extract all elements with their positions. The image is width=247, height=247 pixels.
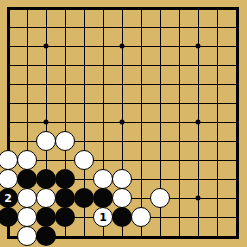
board-point[interactable] xyxy=(113,151,132,170)
board-point[interactable] xyxy=(208,113,227,132)
board-point[interactable] xyxy=(94,151,113,170)
black-stone xyxy=(0,207,18,227)
black-stone xyxy=(74,188,94,208)
board-point[interactable] xyxy=(56,0,75,18)
board-point[interactable] xyxy=(0,0,18,18)
board-point[interactable] xyxy=(94,94,113,113)
board-point[interactable] xyxy=(37,94,56,113)
board-point[interactable] xyxy=(208,56,227,75)
board-point[interactable] xyxy=(208,75,227,94)
board-point[interactable] xyxy=(75,132,94,151)
board-point[interactable] xyxy=(113,227,132,246)
board-point[interactable] xyxy=(113,189,132,208)
board-point[interactable] xyxy=(151,132,170,151)
board-point[interactable] xyxy=(132,94,151,113)
board-point[interactable] xyxy=(189,151,208,170)
board-point[interactable] xyxy=(208,132,227,151)
board-point[interactable] xyxy=(37,75,56,94)
board-point[interactable] xyxy=(189,189,208,208)
board-point[interactable] xyxy=(18,113,37,132)
board-point[interactable] xyxy=(0,132,18,151)
board-point[interactable] xyxy=(151,208,170,227)
board-point[interactable] xyxy=(0,208,18,227)
board-point[interactable] xyxy=(18,94,37,113)
board-point[interactable] xyxy=(56,94,75,113)
board-point[interactable] xyxy=(227,208,246,227)
board-point[interactable] xyxy=(56,189,75,208)
board-point[interactable] xyxy=(75,37,94,56)
black-stone xyxy=(17,169,37,189)
white-stone xyxy=(93,169,113,189)
board-point[interactable] xyxy=(189,94,208,113)
board-point[interactable] xyxy=(208,170,227,189)
board-point[interactable] xyxy=(56,208,75,227)
board-point[interactable] xyxy=(0,227,18,246)
board-point[interactable] xyxy=(37,113,56,132)
board-point[interactable] xyxy=(75,170,94,189)
board-point[interactable] xyxy=(113,94,132,113)
board-point[interactable] xyxy=(189,113,208,132)
board-point[interactable] xyxy=(18,75,37,94)
board-point[interactable] xyxy=(151,0,170,18)
white-stone: 1 xyxy=(93,207,113,227)
board-point[interactable] xyxy=(75,56,94,75)
board-point[interactable] xyxy=(132,18,151,37)
board-point[interactable] xyxy=(132,189,151,208)
board-point[interactable] xyxy=(37,0,56,18)
board-point[interactable] xyxy=(113,56,132,75)
board-point[interactable] xyxy=(0,113,18,132)
board-point[interactable] xyxy=(56,56,75,75)
board-point[interactable] xyxy=(170,189,189,208)
board-point[interactable] xyxy=(189,227,208,246)
board-point[interactable] xyxy=(170,37,189,56)
board-point[interactable] xyxy=(227,0,246,18)
board-point[interactable] xyxy=(208,37,227,56)
board-point[interactable] xyxy=(227,189,246,208)
board-point[interactable] xyxy=(208,94,227,113)
board-point[interactable] xyxy=(56,37,75,56)
board-point[interactable] xyxy=(37,37,56,56)
board-point[interactable] xyxy=(94,0,113,18)
board-point[interactable] xyxy=(170,94,189,113)
board-point[interactable] xyxy=(56,18,75,37)
black-stone xyxy=(36,169,56,189)
board-point[interactable] xyxy=(37,189,56,208)
white-stone xyxy=(17,188,37,208)
board-point[interactable] xyxy=(170,132,189,151)
board-point[interactable] xyxy=(132,0,151,18)
board-point[interactable] xyxy=(18,208,37,227)
board-point[interactable] xyxy=(75,113,94,132)
board-point[interactable] xyxy=(56,113,75,132)
board-point[interactable] xyxy=(151,227,170,246)
board-point[interactable] xyxy=(208,189,227,208)
board-point[interactable] xyxy=(113,37,132,56)
board-point[interactable] xyxy=(227,132,246,151)
board-point[interactable] xyxy=(132,132,151,151)
white-stone xyxy=(112,169,132,189)
board-point[interactable] xyxy=(18,37,37,56)
white-stone xyxy=(55,131,75,151)
white-stone xyxy=(112,188,132,208)
board-point[interactable] xyxy=(94,75,113,94)
board-point[interactable] xyxy=(151,18,170,37)
board-point[interactable] xyxy=(75,208,94,227)
board-point[interactable] xyxy=(208,208,227,227)
board-point[interactable] xyxy=(18,56,37,75)
board-point[interactable] xyxy=(75,151,94,170)
board-point[interactable] xyxy=(113,170,132,189)
board-point[interactable] xyxy=(94,18,113,37)
black-stone xyxy=(55,207,75,227)
board-point[interactable] xyxy=(113,75,132,94)
board-point[interactable] xyxy=(170,208,189,227)
board-point[interactable] xyxy=(227,18,246,37)
board-point[interactable] xyxy=(0,75,18,94)
board-point[interactable] xyxy=(151,75,170,94)
board-point[interactable] xyxy=(189,132,208,151)
board-point[interactable] xyxy=(151,170,170,189)
board-point[interactable] xyxy=(170,170,189,189)
board-point[interactable] xyxy=(208,0,227,18)
move-number-label: 2 xyxy=(4,193,12,204)
board-point[interactable] xyxy=(227,113,246,132)
board-point[interactable] xyxy=(56,75,75,94)
board-point[interactable] xyxy=(18,132,37,151)
white-stone xyxy=(17,150,37,170)
board-point[interactable] xyxy=(208,151,227,170)
board-point[interactable] xyxy=(227,75,246,94)
board-point[interactable] xyxy=(75,227,94,246)
board-point[interactable] xyxy=(94,170,113,189)
board-point[interactable] xyxy=(151,56,170,75)
black-stone xyxy=(93,188,113,208)
board-point[interactable] xyxy=(75,189,94,208)
board-point[interactable] xyxy=(75,75,94,94)
board-point[interactable] xyxy=(56,170,75,189)
board-point[interactable] xyxy=(132,75,151,94)
board-point[interactable] xyxy=(37,132,56,151)
go-board[interactable]: 21 xyxy=(0,0,247,247)
board-point[interactable] xyxy=(227,151,246,170)
board-point[interactable] xyxy=(151,189,170,208)
board-point[interactable] xyxy=(170,227,189,246)
board-point[interactable] xyxy=(18,18,37,37)
board-point[interactable] xyxy=(151,37,170,56)
board-point[interactable] xyxy=(75,94,94,113)
white-stone xyxy=(131,207,151,227)
board-point[interactable] xyxy=(189,37,208,56)
board-point[interactable] xyxy=(132,151,151,170)
board-point[interactable] xyxy=(37,18,56,37)
board-point[interactable] xyxy=(113,0,132,18)
black-stone xyxy=(55,188,75,208)
board-point[interactable] xyxy=(18,170,37,189)
board-point[interactable] xyxy=(56,132,75,151)
board-point[interactable] xyxy=(189,56,208,75)
board-point[interactable] xyxy=(208,18,227,37)
board-point[interactable] xyxy=(132,113,151,132)
board-point[interactable] xyxy=(0,94,18,113)
board-point[interactable] xyxy=(0,151,18,170)
white-stone xyxy=(36,131,56,151)
board-point[interactable] xyxy=(189,208,208,227)
black-stone xyxy=(36,226,56,246)
board-point[interactable] xyxy=(0,37,18,56)
white-stone xyxy=(17,207,37,227)
board-point[interactable] xyxy=(18,0,37,18)
board-point[interactable] xyxy=(208,227,227,246)
board-point[interactable] xyxy=(170,56,189,75)
board-point[interactable] xyxy=(227,170,246,189)
board-point[interactable] xyxy=(37,208,56,227)
black-stone xyxy=(55,169,75,189)
white-stone xyxy=(74,150,94,170)
board-point[interactable] xyxy=(18,227,37,246)
board-point[interactable] xyxy=(113,113,132,132)
board-point[interactable] xyxy=(0,56,18,75)
board-point[interactable] xyxy=(94,189,113,208)
move-number-label: 1 xyxy=(99,212,107,223)
board-point[interactable] xyxy=(170,0,189,18)
board-point[interactable] xyxy=(0,170,18,189)
board-point[interactable] xyxy=(113,208,132,227)
white-stone xyxy=(36,188,56,208)
board-point[interactable] xyxy=(151,113,170,132)
board-point[interactable] xyxy=(189,18,208,37)
board-point[interactable] xyxy=(170,151,189,170)
board-point[interactable] xyxy=(189,170,208,189)
board-point[interactable] xyxy=(94,227,113,246)
board-point[interactable] xyxy=(113,132,132,151)
black-stone xyxy=(112,207,132,227)
board-point[interactable] xyxy=(132,170,151,189)
board-point[interactable] xyxy=(75,18,94,37)
board-point[interactable] xyxy=(227,94,246,113)
board-point[interactable] xyxy=(189,0,208,18)
board-point[interactable] xyxy=(227,56,246,75)
board-point[interactable] xyxy=(170,18,189,37)
board-point[interactable] xyxy=(132,227,151,246)
board-point[interactable] xyxy=(18,189,37,208)
board-point[interactable] xyxy=(56,151,75,170)
board-point[interactable] xyxy=(37,56,56,75)
board-point[interactable] xyxy=(37,170,56,189)
board-point[interactable] xyxy=(227,227,246,246)
white-stone xyxy=(17,226,37,246)
board-point[interactable] xyxy=(94,113,113,132)
white-stone xyxy=(150,188,170,208)
board-point[interactable] xyxy=(94,56,113,75)
white-stone xyxy=(0,169,18,189)
board-point[interactable] xyxy=(151,151,170,170)
black-stone xyxy=(36,207,56,227)
board-point[interactable] xyxy=(37,151,56,170)
white-stone xyxy=(0,150,18,170)
black-stone: 2 xyxy=(0,188,18,208)
board-point[interactable] xyxy=(18,151,37,170)
board-point[interactable]: 2 xyxy=(0,189,18,208)
board-point[interactable]: 1 xyxy=(94,208,113,227)
board-point[interactable] xyxy=(132,37,151,56)
board-point[interactable] xyxy=(132,208,151,227)
board-point[interactable] xyxy=(227,37,246,56)
board-point[interactable] xyxy=(132,56,151,75)
board-point[interactable] xyxy=(56,227,75,246)
board-point[interactable] xyxy=(0,18,18,37)
board-point[interactable] xyxy=(170,113,189,132)
board-point[interactable] xyxy=(151,94,170,113)
board-point[interactable] xyxy=(113,18,132,37)
board-point[interactable] xyxy=(94,132,113,151)
stones-grid: 21 xyxy=(0,0,246,246)
board-point[interactable] xyxy=(94,37,113,56)
board-point[interactable] xyxy=(37,227,56,246)
board-point[interactable] xyxy=(75,0,94,18)
board-point[interactable] xyxy=(189,75,208,94)
board-point[interactable] xyxy=(170,75,189,94)
